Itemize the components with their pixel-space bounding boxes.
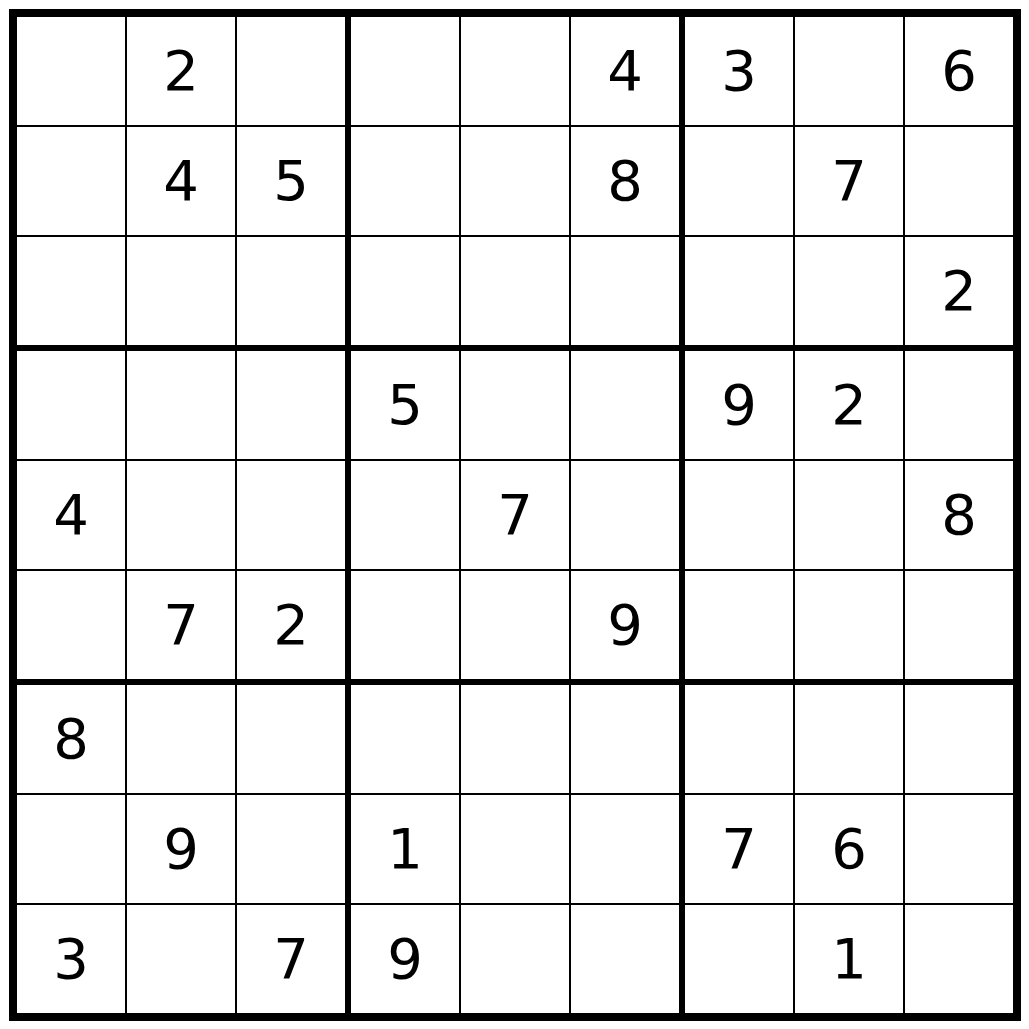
- cell-r3c8[interactable]: [795, 237, 905, 351]
- cell-r5c1[interactable]: 4: [17, 461, 127, 571]
- cell-r8c7[interactable]: 7: [685, 795, 795, 905]
- cell-r6c3[interactable]: 2: [237, 571, 351, 685]
- cell-r3c3[interactable]: [237, 237, 351, 351]
- sudoku-board: 243645872592478729891763791: [9, 9, 1021, 1021]
- cell-r9c1[interactable]: 3: [17, 905, 127, 1013]
- cell-r4c4[interactable]: 5: [351, 351, 461, 461]
- cell-r1c5[interactable]: [461, 17, 571, 127]
- cell-r7c6[interactable]: [571, 685, 685, 795]
- cell-r5c3[interactable]: [237, 461, 351, 571]
- cell-r5c8[interactable]: [795, 461, 905, 571]
- cell-r8c5[interactable]: [461, 795, 571, 905]
- cell-r1c8[interactable]: [795, 17, 905, 127]
- cell-r6c8[interactable]: [795, 571, 905, 685]
- cell-r1c1[interactable]: [17, 17, 127, 127]
- cell-r8c3[interactable]: [237, 795, 351, 905]
- cell-r8c4[interactable]: 1: [351, 795, 461, 905]
- cell-r5c2[interactable]: [127, 461, 237, 571]
- cell-r7c4[interactable]: [351, 685, 461, 795]
- cell-r8c8[interactable]: 6: [795, 795, 905, 905]
- cell-r4c2[interactable]: [127, 351, 237, 461]
- cell-r7c5[interactable]: [461, 685, 571, 795]
- cell-r9c5[interactable]: [461, 905, 571, 1013]
- cell-r3c4[interactable]: [351, 237, 461, 351]
- cell-r3c5[interactable]: [461, 237, 571, 351]
- cell-r2c5[interactable]: [461, 127, 571, 237]
- cell-r2c2[interactable]: 4: [127, 127, 237, 237]
- cell-r5c6[interactable]: [571, 461, 685, 571]
- cell-r6c1[interactable]: [17, 571, 127, 685]
- cell-r7c1[interactable]: 8: [17, 685, 127, 795]
- cell-r8c6[interactable]: [571, 795, 685, 905]
- cell-r4c1[interactable]: [17, 351, 127, 461]
- cell-r3c2[interactable]: [127, 237, 237, 351]
- cell-r1c7[interactable]: 3: [685, 17, 795, 127]
- cell-r6c2[interactable]: 7: [127, 571, 237, 685]
- cell-r6c7[interactable]: [685, 571, 795, 685]
- cell-r6c5[interactable]: [461, 571, 571, 685]
- cell-r2c8[interactable]: 7: [795, 127, 905, 237]
- cell-r7c8[interactable]: [795, 685, 905, 795]
- cell-r1c2[interactable]: 2: [127, 17, 237, 127]
- cell-r1c9[interactable]: 6: [905, 17, 1013, 127]
- cell-r9c2[interactable]: [127, 905, 237, 1013]
- cell-r2c1[interactable]: [17, 127, 127, 237]
- cell-r9c6[interactable]: [571, 905, 685, 1013]
- cell-r4c3[interactable]: [237, 351, 351, 461]
- cell-r2c7[interactable]: [685, 127, 795, 237]
- cell-r9c7[interactable]: [685, 905, 795, 1013]
- cell-r6c9[interactable]: [905, 571, 1013, 685]
- cell-r1c6[interactable]: 4: [571, 17, 685, 127]
- cell-r2c9[interactable]: [905, 127, 1013, 237]
- cell-r4c5[interactable]: [461, 351, 571, 461]
- cell-r6c4[interactable]: [351, 571, 461, 685]
- cell-r4c7[interactable]: 9: [685, 351, 795, 461]
- cell-r1c3[interactable]: [237, 17, 351, 127]
- cell-r5c5[interactable]: 7: [461, 461, 571, 571]
- cell-r7c3[interactable]: [237, 685, 351, 795]
- cell-r3c7[interactable]: [685, 237, 795, 351]
- cell-r8c1[interactable]: [17, 795, 127, 905]
- cell-r9c3[interactable]: 7: [237, 905, 351, 1013]
- sudoku-grid: 243645872592478729891763791: [17, 17, 1013, 1013]
- cell-r7c9[interactable]: [905, 685, 1013, 795]
- cell-r5c4[interactable]: [351, 461, 461, 571]
- cell-r7c7[interactable]: [685, 685, 795, 795]
- cell-r4c9[interactable]: [905, 351, 1013, 461]
- cell-r5c7[interactable]: [685, 461, 795, 571]
- cell-r3c6[interactable]: [571, 237, 685, 351]
- cell-r4c6[interactable]: [571, 351, 685, 461]
- cell-r2c4[interactable]: [351, 127, 461, 237]
- cell-r9c8[interactable]: 1: [795, 905, 905, 1013]
- cell-r3c9[interactable]: 2: [905, 237, 1013, 351]
- cell-r1c4[interactable]: [351, 17, 461, 127]
- cell-r2c3[interactable]: 5: [237, 127, 351, 237]
- cell-r4c8[interactable]: 2: [795, 351, 905, 461]
- cell-r9c4[interactable]: 9: [351, 905, 461, 1013]
- cell-r8c9[interactable]: [905, 795, 1013, 905]
- cell-r6c6[interactable]: 9: [571, 571, 685, 685]
- cell-r2c6[interactable]: 8: [571, 127, 685, 237]
- cell-r9c9[interactable]: [905, 905, 1013, 1013]
- cell-r8c2[interactable]: 9: [127, 795, 237, 905]
- cell-r3c1[interactable]: [17, 237, 127, 351]
- cell-r7c2[interactable]: [127, 685, 237, 795]
- cell-r5c9[interactable]: 8: [905, 461, 1013, 571]
